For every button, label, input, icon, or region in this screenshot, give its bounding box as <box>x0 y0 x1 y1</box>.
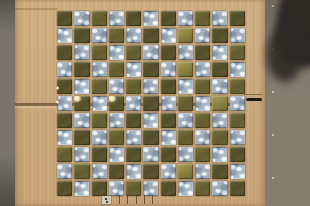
board-cell <box>109 45 124 60</box>
board-cell <box>143 164 158 179</box>
board-cell <box>161 164 176 179</box>
board-cell <box>57 96 72 111</box>
board-cell <box>92 28 107 43</box>
board-cell <box>230 62 245 77</box>
board-cell <box>109 96 124 111</box>
board-cell <box>92 45 107 60</box>
board-cell <box>195 147 210 162</box>
photographer-shadow-lobe <box>267 28 303 82</box>
board-cell <box>57 164 72 179</box>
board-cell <box>195 113 210 128</box>
board-cell <box>126 181 141 196</box>
cardboard-edge-line <box>13 8 58 10</box>
board-cell <box>126 45 141 60</box>
board-cell <box>109 79 124 94</box>
board-cell <box>161 28 176 43</box>
edge-glint <box>56 86 59 90</box>
board-cell <box>212 79 227 94</box>
board-cell <box>230 113 245 128</box>
board-cell <box>92 113 107 128</box>
board-cell <box>161 96 176 111</box>
board-cell <box>74 113 89 128</box>
board-cell <box>161 130 176 145</box>
board-cell <box>143 113 158 128</box>
board-cell <box>212 11 227 26</box>
board-cell <box>161 62 176 77</box>
board-cell <box>57 130 72 145</box>
board-cell <box>126 62 141 77</box>
board-cell <box>126 11 141 26</box>
board-cell <box>57 45 72 60</box>
board-cell <box>143 62 158 77</box>
board-cell <box>212 62 227 77</box>
board-cell <box>109 130 124 145</box>
board-cell <box>230 96 245 111</box>
board-cell <box>178 181 193 196</box>
board-cell <box>126 130 141 145</box>
board-cell <box>230 11 245 26</box>
board-cell <box>74 164 89 179</box>
board-cell <box>195 79 210 94</box>
board-cell <box>178 113 193 128</box>
board-cell <box>74 96 89 111</box>
mesh-thread <box>136 195 137 204</box>
board-cell <box>57 79 72 94</box>
board-cell <box>143 79 158 94</box>
board-cell <box>161 181 176 196</box>
mesh-thread <box>127 195 128 204</box>
board-cell <box>161 11 176 26</box>
board-cell <box>230 147 245 162</box>
board-cell <box>57 11 72 26</box>
board-cell <box>109 28 124 43</box>
board-cell <box>212 181 227 196</box>
board-cell <box>143 45 158 60</box>
board-cell <box>195 62 210 77</box>
cardboard-slot-mark-faint <box>244 94 262 95</box>
board-cell <box>230 45 245 60</box>
board-cell <box>74 181 89 196</box>
board-cell <box>178 79 193 94</box>
board-cell <box>143 11 158 26</box>
board-cell <box>178 147 193 162</box>
board-cell <box>178 11 193 26</box>
board-cell <box>57 62 72 77</box>
board-cell <box>74 28 89 43</box>
board-cell <box>230 164 245 179</box>
board-cell <box>178 62 193 77</box>
board-cell <box>92 181 107 196</box>
board-cell <box>212 113 227 128</box>
board-cell <box>92 130 107 145</box>
board-cell <box>143 130 158 145</box>
board-cell <box>230 79 245 94</box>
board-cell <box>92 164 107 179</box>
board-cell <box>126 164 141 179</box>
board-cell <box>74 79 89 94</box>
board-cell <box>92 147 107 162</box>
board-cell <box>74 130 89 145</box>
board-cell <box>178 28 193 43</box>
board-cell <box>195 96 210 111</box>
board-cell <box>212 130 227 145</box>
board-cell <box>195 11 210 26</box>
board-cell <box>109 113 124 128</box>
board-cell <box>161 147 176 162</box>
board-cell <box>143 96 158 111</box>
board-cell <box>178 164 193 179</box>
board-cell <box>74 11 89 26</box>
board-cell <box>126 28 141 43</box>
board-cell <box>109 11 124 26</box>
pavement-left <box>0 0 15 206</box>
board-cell <box>195 45 210 60</box>
board-cell <box>126 96 141 111</box>
mesh-thread <box>144 195 145 204</box>
board-cell <box>230 130 245 145</box>
board-cell <box>178 96 193 111</box>
board-cell <box>92 79 107 94</box>
board-cell <box>143 147 158 162</box>
board-cell <box>57 28 72 43</box>
board-cell <box>178 130 193 145</box>
board-cell <box>57 181 72 196</box>
edge-glint <box>56 100 59 104</box>
board-cell <box>195 164 210 179</box>
board-cell <box>92 11 107 26</box>
board-cell <box>230 181 245 196</box>
board-cell <box>109 147 124 162</box>
board-cell <box>212 147 227 162</box>
board-cell <box>109 164 124 179</box>
label-sticker <box>102 196 111 204</box>
board-cell <box>92 96 107 111</box>
board-cell <box>195 130 210 145</box>
board-cell <box>74 62 89 77</box>
board-cell <box>74 147 89 162</box>
board-cell <box>109 181 124 196</box>
board-cell <box>126 79 141 94</box>
board-cell <box>230 28 245 43</box>
board-cell <box>57 113 72 128</box>
mesh-thread <box>152 195 153 204</box>
board-cell <box>57 147 72 162</box>
board-cell <box>74 45 89 60</box>
mesh-thread <box>119 195 120 204</box>
board-cell <box>161 79 176 94</box>
board-cell <box>161 113 176 128</box>
cardboard-slot-mark <box>246 98 262 101</box>
board-cell <box>126 147 141 162</box>
board-cell <box>195 181 210 196</box>
board-cell <box>212 45 227 60</box>
board-cell <box>195 28 210 43</box>
board-cell <box>109 62 124 77</box>
board-cell <box>92 62 107 77</box>
board-cell <box>212 28 227 43</box>
board-cell <box>212 164 227 179</box>
board-cell <box>126 113 141 128</box>
board-cell <box>178 45 193 60</box>
board-cell <box>143 181 158 196</box>
mosaic-checkerboard-photo <box>0 0 310 206</box>
mosaic-checkerboard <box>57 11 245 196</box>
board-cell <box>161 45 176 60</box>
board-cell <box>143 28 158 43</box>
board-cell <box>212 96 227 111</box>
